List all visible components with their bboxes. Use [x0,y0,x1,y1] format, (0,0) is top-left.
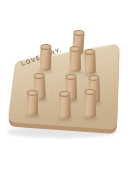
pegboard-photo: LOVEVERY. [0,0,140,175]
peg-back-center[interactable] [69,49,80,72]
peg-front-right[interactable] [85,92,96,118]
peg-back-right[interactable] [84,52,96,74]
peg-front-center[interactable] [59,94,71,119]
peg-back-left[interactable] [40,47,51,71]
peg-front-left[interactable] [27,93,38,116]
